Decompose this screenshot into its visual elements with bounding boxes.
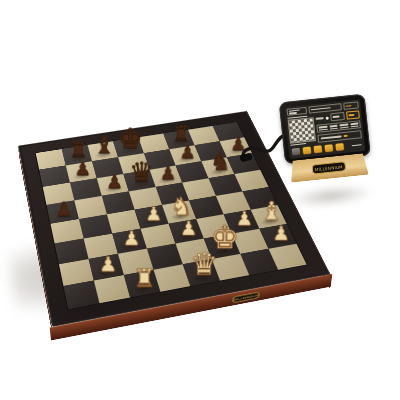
black-pawn: ♟ <box>106 172 123 191</box>
mini-chessboard <box>288 117 316 143</box>
black-bishop: ♝ <box>94 133 115 157</box>
square-e1: ♛ <box>183 259 220 286</box>
function-button-1[interactable] <box>303 147 312 155</box>
white-rook: ♜ <box>133 266 156 291</box>
button-row-label <box>352 144 362 147</box>
menu-button[interactable] <box>292 148 301 156</box>
product-photo: MILLENNIUM ♜♝♚♜♟♟♟♟♛♟♞♟♟♞♟♟♟♝♟♚♟♜♛ <box>0 0 400 400</box>
display-screen <box>284 99 365 159</box>
black-king: ♚ <box>118 125 143 153</box>
function-button-3[interactable] <box>324 144 333 152</box>
active-clock-box <box>346 110 360 119</box>
screen-info-column <box>315 110 362 142</box>
square-d4: ♟ <box>135 205 169 229</box>
white-pawn: ♟ <box>99 254 117 275</box>
black-pawn: ♟ <box>75 160 91 178</box>
square-b5 <box>74 196 107 219</box>
white-clock-box <box>330 112 344 121</box>
board-brand-plate: MILLENNIUM <box>233 292 260 303</box>
square-d6: ♛ <box>123 170 155 192</box>
white-knight: ♞ <box>171 194 193 218</box>
square-c1: ♜ <box>124 270 161 298</box>
black-pawn: ♟ <box>180 143 196 161</box>
square-b1 <box>94 275 130 303</box>
chess-computer-display: MILLENNIUM <box>271 93 381 207</box>
black-queen: ♛ <box>129 159 154 186</box>
black-pawn: ♟ <box>55 199 72 218</box>
board-scene: MILLENNIUM ♜♝♚♜♟♟♟♟♛♟♞♟♟♞♟♟♟♝♟♚♟♜♛ <box>0 40 336 380</box>
black-pawn: ♟ <box>160 164 177 182</box>
display-tablet <box>279 94 371 165</box>
function-button-2[interactable] <box>314 145 323 153</box>
square-b7: ♟ <box>66 161 97 182</box>
function-button-4[interactable] <box>335 143 344 151</box>
screen-left-column <box>287 115 316 146</box>
white-bishop: ♝ <box>260 198 283 224</box>
white-pawn: ♟ <box>180 219 198 239</box>
black-knight: ♞ <box>210 151 231 174</box>
header-right-box <box>343 101 359 110</box>
white-pawn: ♟ <box>123 228 141 248</box>
white-queen: ♛ <box>190 250 217 281</box>
stand-brand-plate: MILLENNIUM <box>311 161 346 174</box>
white-pawn: ♟ <box>145 204 162 223</box>
turn-indicator-dot <box>325 116 328 119</box>
square-a8 <box>36 149 66 170</box>
white-pawn: ♟ <box>272 224 290 244</box>
header-left-box <box>286 107 307 116</box>
